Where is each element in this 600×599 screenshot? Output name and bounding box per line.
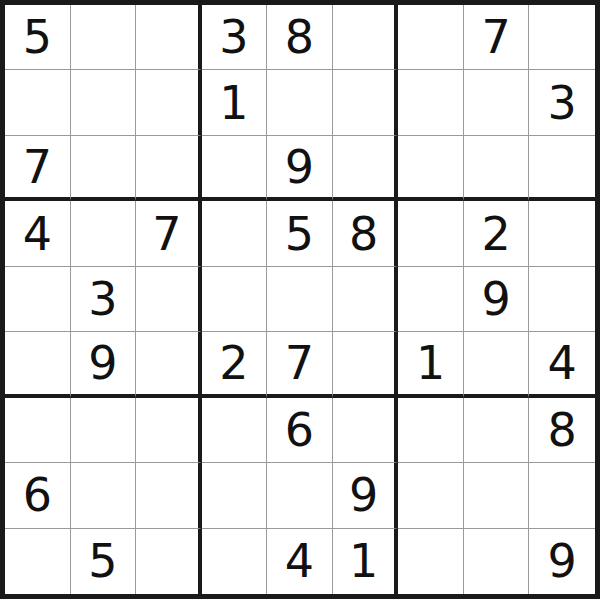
cell-r8c7[interactable] bbox=[398, 463, 464, 528]
cell-r7c2[interactable] bbox=[71, 398, 137, 463]
cell-r9c3[interactable] bbox=[136, 529, 202, 594]
cell-r8c1[interactable]: 6 bbox=[5, 463, 71, 528]
cell-r2c3[interactable] bbox=[136, 70, 202, 135]
cell-r5c8[interactable]: 9 bbox=[464, 267, 530, 332]
cell-r5c6[interactable] bbox=[333, 267, 399, 332]
cell-r9c9[interactable]: 9 bbox=[529, 529, 595, 594]
cell-r3c8[interactable] bbox=[464, 136, 530, 201]
cell-r2c9[interactable]: 3 bbox=[529, 70, 595, 135]
cell-r4c7[interactable] bbox=[398, 201, 464, 266]
cell-r7c8[interactable] bbox=[464, 398, 530, 463]
cell-r1c6[interactable] bbox=[333, 5, 399, 70]
cell-r6c7[interactable]: 1 bbox=[398, 332, 464, 397]
cell-r2c2[interactable] bbox=[71, 70, 137, 135]
cell-r8c3[interactable] bbox=[136, 463, 202, 528]
cell-r1c5[interactable]: 8 bbox=[267, 5, 333, 70]
cell-r5c9[interactable] bbox=[529, 267, 595, 332]
cell-r7c6[interactable] bbox=[333, 398, 399, 463]
cell-r4c3[interactable]: 7 bbox=[136, 201, 202, 266]
cell-r8c8[interactable] bbox=[464, 463, 530, 528]
cell-r7c5[interactable]: 6 bbox=[267, 398, 333, 463]
cell-r2c4[interactable]: 1 bbox=[202, 70, 268, 135]
cell-r3c1[interactable]: 7 bbox=[5, 136, 71, 201]
cell-r9c6[interactable]: 1 bbox=[333, 529, 399, 594]
cell-r7c7[interactable] bbox=[398, 398, 464, 463]
cell-r4c2[interactable] bbox=[71, 201, 137, 266]
cell-r4c1[interactable]: 4 bbox=[5, 201, 71, 266]
cell-r7c3[interactable] bbox=[136, 398, 202, 463]
cell-r3c9[interactable] bbox=[529, 136, 595, 201]
cell-r1c8[interactable]: 7 bbox=[464, 5, 530, 70]
cell-r4c9[interactable] bbox=[529, 201, 595, 266]
cell-r8c4[interactable] bbox=[202, 463, 268, 528]
cell-r2c6[interactable] bbox=[333, 70, 399, 135]
cell-r1c9[interactable] bbox=[529, 5, 595, 70]
cell-r5c7[interactable] bbox=[398, 267, 464, 332]
cell-r6c5[interactable]: 7 bbox=[267, 332, 333, 397]
cell-r1c3[interactable] bbox=[136, 5, 202, 70]
cell-r6c9[interactable]: 4 bbox=[529, 332, 595, 397]
sudoku-board: 5387137947582399271468695419 bbox=[0, 0, 600, 599]
cell-r8c2[interactable] bbox=[71, 463, 137, 528]
cell-r3c4[interactable] bbox=[202, 136, 268, 201]
cell-r4c6[interactable]: 8 bbox=[333, 201, 399, 266]
cell-r6c3[interactable] bbox=[136, 332, 202, 397]
cell-r6c1[interactable] bbox=[5, 332, 71, 397]
cell-r7c9[interactable]: 8 bbox=[529, 398, 595, 463]
cell-r4c5[interactable]: 5 bbox=[267, 201, 333, 266]
cell-r9c2[interactable]: 5 bbox=[71, 529, 137, 594]
cell-r5c3[interactable] bbox=[136, 267, 202, 332]
cell-r3c5[interactable]: 9 bbox=[267, 136, 333, 201]
cell-r5c2[interactable]: 3 bbox=[71, 267, 137, 332]
cell-r2c1[interactable] bbox=[5, 70, 71, 135]
cell-r3c7[interactable] bbox=[398, 136, 464, 201]
cell-r6c4[interactable]: 2 bbox=[202, 332, 268, 397]
cell-r3c3[interactable] bbox=[136, 136, 202, 201]
cell-r8c6[interactable]: 9 bbox=[333, 463, 399, 528]
cell-r4c4[interactable] bbox=[202, 201, 268, 266]
cell-r9c7[interactable] bbox=[398, 529, 464, 594]
cell-r9c4[interactable] bbox=[202, 529, 268, 594]
cell-r1c4[interactable]: 3 bbox=[202, 5, 268, 70]
cell-r5c1[interactable] bbox=[5, 267, 71, 332]
cell-r7c4[interactable] bbox=[202, 398, 268, 463]
cell-r5c4[interactable] bbox=[202, 267, 268, 332]
cell-r2c7[interactable] bbox=[398, 70, 464, 135]
cell-r6c2[interactable]: 9 bbox=[71, 332, 137, 397]
cell-r6c6[interactable] bbox=[333, 332, 399, 397]
cell-r9c1[interactable] bbox=[5, 529, 71, 594]
cell-r2c5[interactable] bbox=[267, 70, 333, 135]
cell-r2c8[interactable] bbox=[464, 70, 530, 135]
cell-r1c2[interactable] bbox=[71, 5, 137, 70]
cell-r3c6[interactable] bbox=[333, 136, 399, 201]
cell-r8c9[interactable] bbox=[529, 463, 595, 528]
cell-r4c8[interactable]: 2 bbox=[464, 201, 530, 266]
cell-r7c1[interactable] bbox=[5, 398, 71, 463]
cell-r9c8[interactable] bbox=[464, 529, 530, 594]
cell-r1c1[interactable]: 5 bbox=[5, 5, 71, 70]
cell-r1c7[interactable] bbox=[398, 5, 464, 70]
cell-r5c5[interactable] bbox=[267, 267, 333, 332]
cell-r6c8[interactable] bbox=[464, 332, 530, 397]
cell-r8c5[interactable] bbox=[267, 463, 333, 528]
cell-r9c5[interactable]: 4 bbox=[267, 529, 333, 594]
cell-r3c2[interactable] bbox=[71, 136, 137, 201]
